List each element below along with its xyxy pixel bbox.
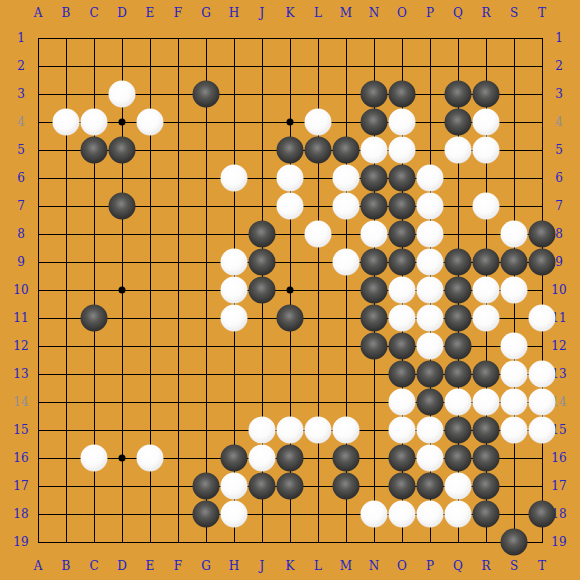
stone-black-n7: [361, 193, 388, 220]
row-label-left: 19: [13, 536, 28, 548]
stone-white-q5: [445, 137, 472, 164]
stone-white-s14: [501, 389, 528, 416]
stone-white-b4: [53, 109, 80, 136]
stone-black-o7: [389, 193, 416, 220]
row-label-left: 14: [13, 396, 28, 408]
column-label-top: M: [340, 7, 352, 19]
star-point-k4: [287, 119, 294, 126]
row-label-left: 17: [13, 480, 28, 492]
row-label-right: 4: [555, 116, 563, 128]
stone-black-s9: [501, 249, 528, 276]
stone-black-n6: [361, 165, 388, 192]
stone-white-p11: [417, 305, 444, 332]
column-label-bottom: G: [201, 560, 211, 572]
stone-black-r17: [473, 473, 500, 500]
stone-black-q16: [445, 445, 472, 472]
column-label-top: Q: [453, 7, 463, 19]
row-label-right: 5: [555, 144, 563, 156]
stone-black-r16: [473, 445, 500, 472]
stone-white-q14: [445, 389, 472, 416]
stone-black-t8: [529, 221, 556, 248]
grid-line-horizontal: [38, 542, 543, 543]
row-label-left: 13: [13, 368, 28, 380]
stone-black-k5: [277, 137, 304, 164]
column-label-bottom: A: [34, 560, 43, 572]
row-label-right: 1: [555, 32, 563, 44]
stone-white-r7: [473, 193, 500, 220]
stone-white-h17: [221, 473, 248, 500]
go-board[interactable]: AABBCCDDEEFFGGHHJJKKLLMMNNOOPPQQRRSSTT11…: [0, 0, 580, 580]
stone-black-q10: [445, 277, 472, 304]
row-label-left: 7: [17, 200, 25, 212]
column-label-bottom: D: [117, 560, 127, 572]
star-point-k10: [287, 287, 294, 294]
column-label-top: G: [201, 7, 211, 19]
stone-white-m9: [333, 249, 360, 276]
stone-black-d5: [109, 137, 136, 164]
column-label-top: A: [34, 7, 43, 19]
column-label-bottom: R: [481, 560, 490, 572]
row-label-left: 15: [13, 424, 28, 436]
stone-black-g3: [193, 81, 220, 108]
stone-black-o8: [389, 221, 416, 248]
stone-black-n4: [361, 109, 388, 136]
stone-white-s10: [501, 277, 528, 304]
column-label-top: C: [89, 7, 98, 19]
stone-white-p12: [417, 333, 444, 360]
column-label-top: B: [62, 7, 71, 19]
row-label-right: 6: [555, 172, 563, 184]
stone-white-n5: [361, 137, 388, 164]
stone-black-q11: [445, 305, 472, 332]
stone-white-t15: [529, 417, 556, 444]
stone-white-p7: [417, 193, 444, 220]
stone-black-p13: [417, 361, 444, 388]
stone-black-q13: [445, 361, 472, 388]
star-point-d10: [119, 287, 126, 294]
stone-black-k16: [277, 445, 304, 472]
stone-black-d7: [109, 193, 136, 220]
stone-black-r15: [473, 417, 500, 444]
stone-white-p15: [417, 417, 444, 444]
column-label-top: R: [481, 7, 490, 19]
stone-white-d3: [109, 81, 136, 108]
column-label-bottom: T: [538, 560, 546, 572]
stone-white-p8: [417, 221, 444, 248]
column-label-bottom: O: [397, 560, 407, 572]
stone-white-e16: [137, 445, 164, 472]
column-label-bottom: F: [174, 560, 182, 572]
row-label-left: 18: [13, 508, 28, 520]
stone-white-p9: [417, 249, 444, 276]
stone-black-q9: [445, 249, 472, 276]
row-label-left: 8: [17, 228, 25, 240]
stone-white-r5: [473, 137, 500, 164]
stone-black-q12: [445, 333, 472, 360]
column-label-top: P: [426, 7, 434, 19]
stone-black-m16: [333, 445, 360, 472]
stone-white-h6: [221, 165, 248, 192]
row-label-right: 12: [551, 340, 566, 352]
row-label-left: 11: [13, 312, 28, 324]
stone-white-n8: [361, 221, 388, 248]
stone-white-t11: [529, 305, 556, 332]
stone-white-r14: [473, 389, 500, 416]
stone-black-p14: [417, 389, 444, 416]
stone-white-p6: [417, 165, 444, 192]
stone-black-j17: [249, 473, 276, 500]
row-label-left: 2: [17, 60, 25, 72]
stone-white-r4: [473, 109, 500, 136]
column-label-bottom: K: [286, 560, 295, 572]
stone-white-m15: [333, 417, 360, 444]
stone-white-s13: [501, 361, 528, 388]
stone-black-j9: [249, 249, 276, 276]
stone-white-p16: [417, 445, 444, 472]
stone-white-t13: [529, 361, 556, 388]
stone-black-o13: [389, 361, 416, 388]
stone-white-o15: [389, 417, 416, 444]
stone-white-q18: [445, 501, 472, 528]
stone-black-o6: [389, 165, 416, 192]
row-label-left: 12: [13, 340, 28, 352]
row-label-right: 9: [555, 256, 563, 268]
column-label-top: J: [260, 7, 265, 19]
stone-black-c5: [81, 137, 108, 164]
column-label-bottom: H: [229, 560, 239, 572]
stone-white-h18: [221, 501, 248, 528]
stone-white-s15: [501, 417, 528, 444]
stone-white-l4: [305, 109, 332, 136]
column-label-top: T: [538, 7, 546, 19]
column-label-bottom: M: [340, 560, 352, 572]
stone-black-r13: [473, 361, 500, 388]
stone-white-r10: [473, 277, 500, 304]
stone-black-r9: [473, 249, 500, 276]
stone-white-h9: [221, 249, 248, 276]
stone-black-j8: [249, 221, 276, 248]
stone-black-t9: [529, 249, 556, 276]
stone-black-c11: [81, 305, 108, 332]
stone-black-n9: [361, 249, 388, 276]
stone-white-s12: [501, 333, 528, 360]
stone-black-q4: [445, 109, 472, 136]
row-label-left: 9: [17, 256, 25, 268]
stone-black-m5: [333, 137, 360, 164]
row-label-right: 2: [555, 60, 563, 72]
stone-white-o4: [389, 109, 416, 136]
stone-black-o12: [389, 333, 416, 360]
star-point-d4: [119, 119, 126, 126]
column-label-top: O: [397, 7, 407, 19]
stone-black-r3: [473, 81, 500, 108]
row-label-left: 10: [13, 284, 28, 296]
stone-black-n3: [361, 81, 388, 108]
column-label-bottom: J: [260, 560, 265, 572]
stone-white-k6: [277, 165, 304, 192]
column-label-bottom: C: [89, 560, 98, 572]
stone-black-h16: [221, 445, 248, 472]
stone-white-j15: [249, 417, 276, 444]
column-label-bottom: B: [62, 560, 71, 572]
stone-black-n10: [361, 277, 388, 304]
column-label-top: H: [229, 7, 239, 19]
row-label-left: 6: [17, 172, 25, 184]
stone-white-h10: [221, 277, 248, 304]
stone-white-p18: [417, 501, 444, 528]
stone-white-k7: [277, 193, 304, 220]
stone-white-o14: [389, 389, 416, 416]
stone-white-m7: [333, 193, 360, 220]
stone-white-t14: [529, 389, 556, 416]
stone-white-o18: [389, 501, 416, 528]
stone-white-o11: [389, 305, 416, 332]
column-label-bottom: L: [314, 560, 322, 572]
stone-white-n18: [361, 501, 388, 528]
stone-black-o9: [389, 249, 416, 276]
stone-black-j10: [249, 277, 276, 304]
row-label-right: 10: [551, 284, 566, 296]
stone-white-q17: [445, 473, 472, 500]
stone-white-e4: [137, 109, 164, 136]
stone-white-h11: [221, 305, 248, 332]
column-label-top: S: [510, 7, 518, 19]
stone-black-o17: [389, 473, 416, 500]
stone-black-k11: [277, 305, 304, 332]
stone-white-p10: [417, 277, 444, 304]
row-label-left: 16: [13, 452, 28, 464]
column-label-bottom: N: [369, 560, 380, 572]
column-label-top: N: [369, 7, 380, 19]
stone-black-n12: [361, 333, 388, 360]
column-label-top: E: [146, 7, 155, 19]
column-label-bottom: Q: [453, 560, 463, 572]
stone-white-k15: [277, 417, 304, 444]
row-label-right: 3: [555, 88, 563, 100]
stone-black-p17: [417, 473, 444, 500]
row-label-right: 19: [551, 536, 566, 548]
stone-black-g18: [193, 501, 220, 528]
column-label-bottom: E: [146, 560, 155, 572]
stone-white-r11: [473, 305, 500, 332]
stone-white-l8: [305, 221, 332, 248]
stone-white-c4: [81, 109, 108, 136]
stone-black-o16: [389, 445, 416, 472]
stone-white-o5: [389, 137, 416, 164]
stone-white-m6: [333, 165, 360, 192]
stone-white-j16: [249, 445, 276, 472]
stone-black-l5: [305, 137, 332, 164]
row-label-right: 7: [555, 200, 563, 212]
stone-white-l15: [305, 417, 332, 444]
star-point-d16: [119, 455, 126, 462]
row-label-right: 16: [551, 452, 566, 464]
column-label-top: D: [117, 7, 127, 19]
column-label-top: F: [174, 7, 182, 19]
row-label-left: 4: [17, 116, 25, 128]
stone-white-o10: [389, 277, 416, 304]
column-label-bottom: P: [426, 560, 434, 572]
row-label-left: 3: [17, 88, 25, 100]
stone-black-n11: [361, 305, 388, 332]
stone-black-k17: [277, 473, 304, 500]
stone-black-r18: [473, 501, 500, 528]
stone-black-o3: [389, 81, 416, 108]
grid-line-vertical: [542, 38, 543, 543]
column-label-top: K: [286, 7, 295, 19]
stone-black-q15: [445, 417, 472, 444]
row-label-right: 8: [555, 228, 563, 240]
stone-black-m17: [333, 473, 360, 500]
stone-black-g17: [193, 473, 220, 500]
stone-black-q3: [445, 81, 472, 108]
stone-black-s19: [501, 529, 528, 556]
column-label-top: L: [314, 7, 322, 19]
row-label-right: 17: [551, 480, 566, 492]
stone-white-c16: [81, 445, 108, 472]
stone-white-s8: [501, 221, 528, 248]
stone-black-t18: [529, 501, 556, 528]
row-label-left: 5: [17, 144, 25, 156]
row-label-left: 1: [17, 32, 25, 44]
column-label-bottom: S: [510, 560, 518, 572]
